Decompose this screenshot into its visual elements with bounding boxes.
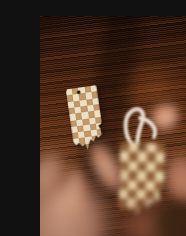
checker-cell-dark	[155, 181, 164, 191]
checker-cell-light	[138, 152, 147, 162]
checker-cell-light	[120, 152, 129, 162]
checker-cell-dark	[156, 143, 165, 153]
checker-cell-dark	[137, 162, 146, 172]
checker-cell-dark	[147, 153, 156, 163]
checker-cell-dark	[137, 180, 146, 190]
checker-cell-dark	[146, 171, 155, 181]
checker-cell-dark	[120, 142, 129, 152]
checker-cell-light	[156, 153, 165, 163]
checker-cell-dark	[145, 190, 154, 200]
checker-cell-light	[137, 171, 146, 181]
checker-cell-light	[136, 190, 145, 200]
checker-cell-light	[129, 143, 138, 153]
checker-cell-light	[147, 143, 156, 153]
checker-cell-dark	[127, 189, 136, 199]
checker-cell-light	[128, 161, 137, 171]
earrings-photo-scene	[40, 16, 186, 236]
checker-cell-dark	[129, 152, 138, 162]
checker-cell-dark	[128, 171, 137, 181]
checker-cell-light	[146, 162, 155, 172]
checker-cell-light	[128, 180, 137, 190]
checker-cell-dark	[155, 162, 164, 172]
left-hand-knuckle-highlight	[42, 184, 90, 224]
checker-cell-light	[154, 190, 163, 200]
checker-cell-light	[146, 181, 155, 191]
checker-cell-dark	[74, 145, 81, 152]
checker-cell-light	[155, 172, 164, 182]
